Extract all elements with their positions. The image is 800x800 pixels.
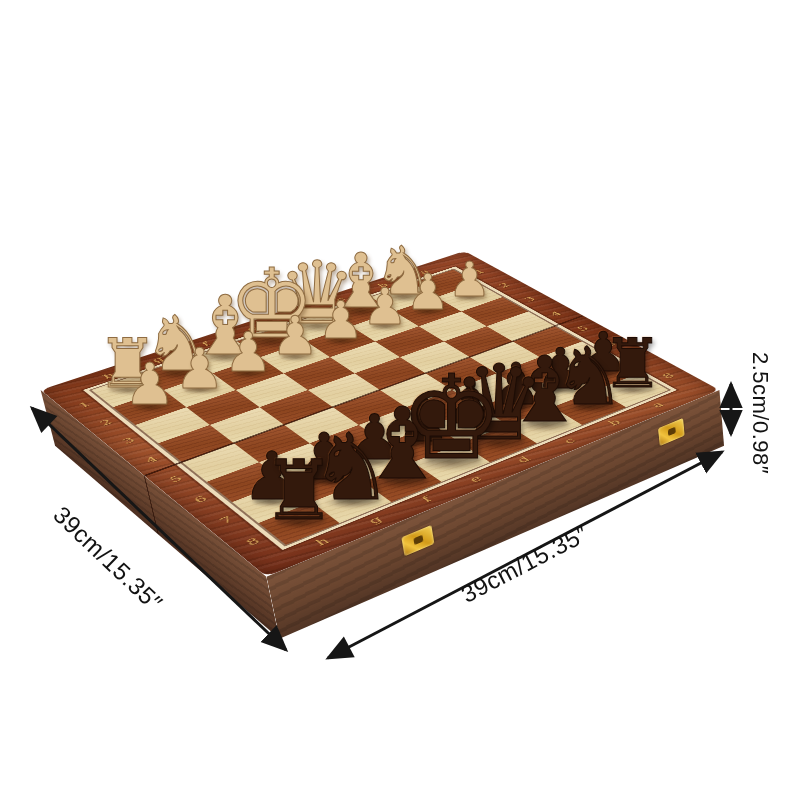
square-g6 bbox=[259, 443, 336, 482]
square-h3 bbox=[135, 407, 209, 443]
rank-label-5: 5 bbox=[159, 470, 193, 487]
square-g7 bbox=[285, 462, 363, 502]
chess-set-scene: 11aa22bb33cc44dd55ee66ff77gg88hh bbox=[0, 0, 800, 800]
board-top-face: 11aa22bb33cc44dd55ee66ff77gg88hh bbox=[41, 251, 720, 577]
chess-board-box: 11aa22bb33cc44dd55ee66ff77gg88hh bbox=[41, 251, 720, 577]
rank-label-far-8: 8 bbox=[653, 369, 684, 383]
square-c7 bbox=[479, 390, 552, 425]
square-b8 bbox=[553, 390, 626, 425]
square-g8 bbox=[312, 482, 392, 523]
square-d6 bbox=[406, 390, 479, 425]
square-e6 bbox=[359, 407, 433, 443]
square-g5 bbox=[234, 425, 310, 462]
rank-label-far-4: 4 bbox=[541, 307, 570, 320]
rank-label-far-1: 1 bbox=[466, 266, 494, 278]
square-f4 bbox=[260, 390, 333, 425]
rank-label-2: 2 bbox=[90, 415, 122, 430]
square-c8 bbox=[508, 407, 582, 443]
rank-label-7: 7 bbox=[209, 511, 244, 529]
clasp-latch-icon bbox=[658, 418, 685, 446]
rank-label-3: 3 bbox=[112, 433, 145, 449]
square-e5 bbox=[333, 390, 406, 425]
square-g4 bbox=[210, 407, 284, 443]
square-h8 bbox=[259, 502, 340, 545]
square-e7 bbox=[385, 425, 461, 462]
rank-label-far-6: 6 bbox=[595, 337, 625, 350]
square-h7 bbox=[232, 482, 312, 523]
rank-label-far-2: 2 bbox=[490, 279, 518, 291]
square-e8 bbox=[413, 443, 490, 482]
square-h5 bbox=[182, 443, 259, 482]
square-d7 bbox=[433, 407, 507, 443]
rank-label-far-5: 5 bbox=[568, 322, 597, 335]
square-d8 bbox=[461, 425, 537, 462]
square-f6 bbox=[310, 425, 386, 462]
rank-label-4: 4 bbox=[135, 451, 168, 468]
square-f8 bbox=[363, 462, 441, 502]
clasp-latch-icon bbox=[401, 525, 434, 556]
height-dimension-label: 2.5cm/0.98″ bbox=[747, 301, 773, 525]
rank-label-far-7: 7 bbox=[624, 353, 654, 367]
square-h6 bbox=[207, 462, 285, 502]
square-f7 bbox=[336, 443, 413, 482]
product-photo-stage: 11aa22bb33cc44dd55ee66ff77gg88hh ♜♞♝♛♚♝♞… bbox=[0, 0, 800, 800]
square-g3 bbox=[186, 390, 259, 425]
square-f5 bbox=[284, 407, 358, 443]
rank-label-8: 8 bbox=[235, 532, 270, 551]
rank-label-far-3: 3 bbox=[515, 293, 544, 305]
rank-label-1: 1 bbox=[68, 397, 100, 412]
square-h4 bbox=[158, 425, 234, 462]
square-h2 bbox=[113, 390, 186, 425]
rank-label-6: 6 bbox=[183, 490, 217, 508]
